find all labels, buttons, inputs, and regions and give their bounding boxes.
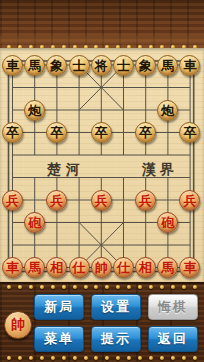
piece-black-卒-c8r3[interactable]: 卒 [179,122,200,143]
stud-icon [29,285,33,289]
hint-button[interactable]: 提示 [91,326,141,352]
stud-icon [40,356,44,360]
stud-icon [18,285,22,289]
stud-icon [62,285,66,289]
piece-red-車-c8r9[interactable]: 車 [179,257,200,278]
stud-icon [7,356,11,360]
stud-icon [51,285,55,289]
piece-black-馬-c1r0[interactable]: 馬 [24,55,45,76]
stud-icon [84,285,88,289]
piece-red-砲-c7r7[interactable]: 砲 [157,212,178,233]
stud-icon [94,356,98,360]
stud-icon [29,356,33,360]
piece-black-車-c8r0[interactable]: 車 [179,55,200,76]
piece-black-馬-c7r0[interactable]: 馬 [157,55,178,76]
stud-row-panel-top [0,284,204,289]
piece-red-相-c6r9[interactable]: 相 [135,257,156,278]
stud-icon [84,356,88,360]
stud-icon [7,285,11,289]
piece-red-仕-c3r9[interactable]: 仕 [69,257,90,278]
stud-icon [51,356,55,360]
stud-icon [138,285,142,289]
stud-icon [160,356,164,360]
pieces-layer: 車馬象士将士象馬車炮炮卒卒卒卒卒兵兵兵兵兵砲砲車馬相仕帥仕相馬車 [1,54,201,279]
new-game-button[interactable]: 新局 [34,294,84,320]
stud-icon [40,285,44,289]
piece-red-兵-c8r6[interactable]: 兵 [179,190,200,211]
piece-red-兵-c0r6[interactable]: 兵 [2,190,23,211]
piece-black-士-c5r0[interactable]: 士 [113,55,134,76]
stud-icon [127,356,131,360]
rail-band [0,36,204,44]
stud-icon [182,285,186,289]
piece-black-卒-c6r3[interactable]: 卒 [135,122,156,143]
piece-black-卒-c4r3[interactable]: 卒 [91,122,112,143]
piece-black-車-c0r0[interactable]: 車 [2,55,23,76]
stud-icon [160,285,164,289]
piece-black-炮-c7r2[interactable]: 炮 [157,100,178,121]
control-panel: 帥 新局设置悔棋菜单提示返回 [0,282,204,362]
stud-icon [116,356,120,360]
stud-icon [193,356,197,360]
top-wood-rail [0,0,204,48]
piece-red-帥-c4r9[interactable]: 帥 [91,257,112,278]
piece-red-砲-c1r7[interactable]: 砲 [24,212,45,233]
piece-red-兵-c2r6[interactable]: 兵 [46,190,67,211]
stud-row-panel-bottom [0,355,204,360]
stud-icon [127,285,131,289]
undo-button[interactable]: 悔棋 [148,294,198,320]
piece-black-士-c3r0[interactable]: 士 [69,55,90,76]
stud-icon [171,356,175,360]
piece-red-車-c0r9[interactable]: 車 [2,257,23,278]
stud-icon [73,356,77,360]
stud-icon [105,356,109,360]
piece-black-炮-c1r2[interactable]: 炮 [24,100,45,121]
button-grid: 新局设置悔棋菜单提示返回 [34,294,198,352]
xiangqi-app: 楚河 漢界 車馬象士将士象馬車炮炮卒卒卒卒卒兵兵兵兵兵砲砲車馬相仕帥仕相馬車 帥… [0,0,204,362]
piece-black-卒-c0r3[interactable]: 卒 [2,122,23,143]
stud-icon [182,356,186,360]
stud-icon [193,285,197,289]
stud-icon [171,285,175,289]
turn-indicator-piece: 帥 [4,311,32,339]
stud-icon [62,356,66,360]
piece-red-馬-c1r9[interactable]: 馬 [24,257,45,278]
xiangqi-board[interactable]: 楚河 漢界 車馬象士将士象馬車炮炮卒卒卒卒卒兵兵兵兵兵砲砲車馬相仕帥仕相馬車 [0,48,204,282]
stud-icon [138,356,142,360]
piece-black-将-c4r0[interactable]: 将 [91,55,112,76]
stud-icon [116,285,120,289]
piece-black-卒-c2r3[interactable]: 卒 [46,122,67,143]
piece-black-象-c6r0[interactable]: 象 [135,55,156,76]
piece-red-相-c2r9[interactable]: 相 [46,257,67,278]
piece-red-仕-c5r9[interactable]: 仕 [113,257,134,278]
stud-icon [73,285,77,289]
settings-button[interactable]: 设置 [91,294,141,320]
stud-icon [18,356,22,360]
menu-button[interactable]: 菜单 [34,326,84,352]
stud-icon [149,356,153,360]
stud-icon [94,285,98,289]
back-button[interactable]: 返回 [148,326,198,352]
piece-black-象-c2r0[interactable]: 象 [46,55,67,76]
stud-icon [149,285,153,289]
piece-red-馬-c7r9[interactable]: 馬 [157,257,178,278]
piece-red-兵-c4r6[interactable]: 兵 [91,190,112,211]
piece-red-兵-c6r6[interactable]: 兵 [135,190,156,211]
stud-icon [105,285,109,289]
